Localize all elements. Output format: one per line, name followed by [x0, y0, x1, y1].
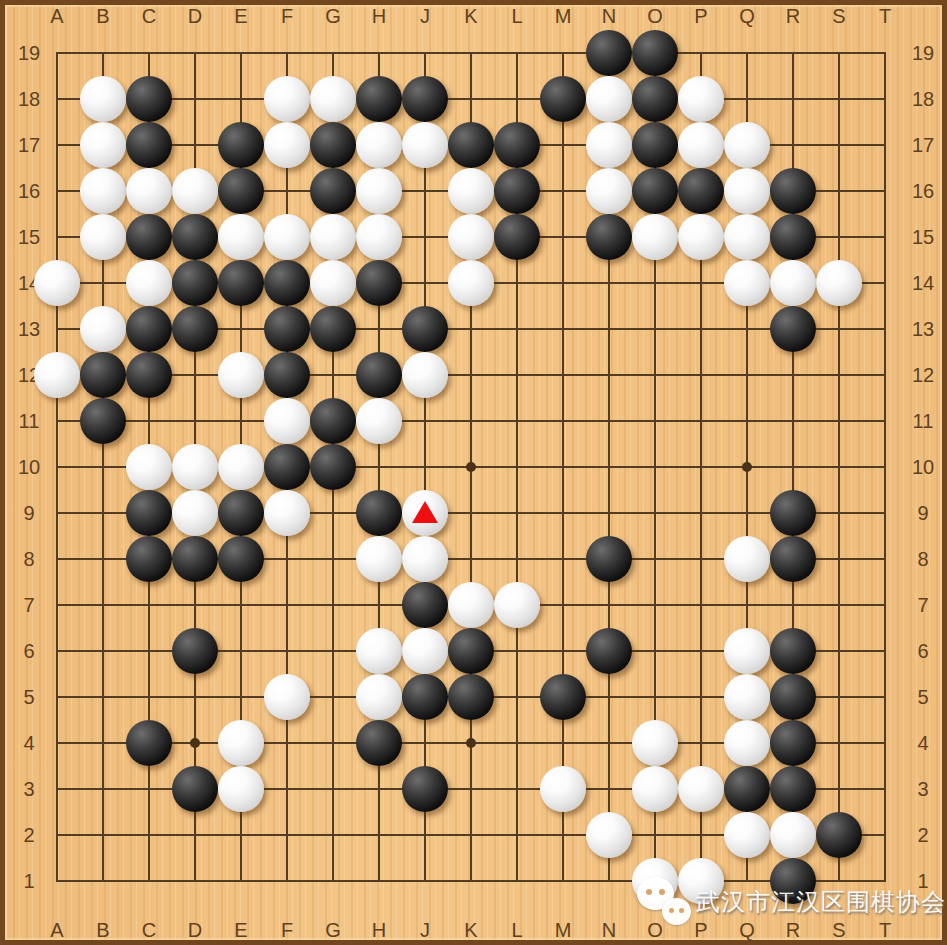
- column-label-bottom: F: [267, 917, 307, 943]
- white-stone: [264, 490, 310, 536]
- white-stone: [448, 582, 494, 628]
- white-stone: [80, 122, 126, 168]
- star-point: [466, 462, 476, 472]
- row-label-right: 3: [903, 776, 943, 802]
- black-stone: [586, 214, 632, 260]
- row-label-right: 19: [903, 40, 943, 66]
- column-label-bottom: L: [497, 917, 537, 943]
- white-stone: [172, 168, 218, 214]
- black-stone: [310, 444, 356, 490]
- black-stone: [80, 398, 126, 444]
- row-label-left: 1: [9, 868, 49, 894]
- row-label-left: 13: [9, 316, 49, 342]
- column-label-bottom: M: [543, 917, 583, 943]
- column-label-top: P: [681, 3, 721, 29]
- column-label-top: F: [267, 3, 307, 29]
- white-stone: [80, 306, 126, 352]
- black-stone: [310, 122, 356, 168]
- white-stone: [540, 766, 586, 812]
- row-label-left: 6: [9, 638, 49, 664]
- row-label-left: 10: [9, 454, 49, 480]
- row-label-left: 3: [9, 776, 49, 802]
- row-label-right: 18: [903, 86, 943, 112]
- black-stone: [770, 674, 816, 720]
- column-label-top: C: [129, 3, 169, 29]
- white-stone: [218, 766, 264, 812]
- black-stone: [678, 168, 724, 214]
- white-stone: [126, 168, 172, 214]
- row-label-right: 14: [903, 270, 943, 296]
- row-label-right: 11: [903, 408, 943, 434]
- black-stone: [126, 214, 172, 260]
- row-label-left: 17: [9, 132, 49, 158]
- white-stone: [724, 720, 770, 766]
- black-stone: [770, 490, 816, 536]
- black-stone: [80, 352, 126, 398]
- column-label-top: G: [313, 3, 353, 29]
- grid-line-vertical: [838, 52, 840, 882]
- black-stone: [402, 306, 448, 352]
- white-stone: [310, 260, 356, 306]
- black-stone: [632, 168, 678, 214]
- column-label-bottom: J: [405, 917, 445, 943]
- white-stone: [632, 214, 678, 260]
- white-stone: [724, 168, 770, 214]
- white-stone: [34, 352, 80, 398]
- white-stone: [586, 122, 632, 168]
- white-stone: [80, 214, 126, 260]
- white-stone: [724, 674, 770, 720]
- white-stone: [724, 536, 770, 582]
- white-stone: [310, 214, 356, 260]
- white-stone: [218, 352, 264, 398]
- black-stone: [356, 720, 402, 766]
- white-stone: [494, 582, 540, 628]
- column-label-top: H: [359, 3, 399, 29]
- white-stone: [172, 444, 218, 490]
- white-stone: [356, 398, 402, 444]
- row-label-right: 4: [903, 730, 943, 756]
- black-stone: [310, 306, 356, 352]
- white-stone: [402, 122, 448, 168]
- black-stone: [494, 122, 540, 168]
- black-stone: [172, 766, 218, 812]
- white-stone: [218, 720, 264, 766]
- black-stone: [770, 766, 816, 812]
- black-stone: [356, 76, 402, 122]
- go-board: AABBCCDDEEFFGGHHJJKKLLMMNNOOPPQQRRSSTT19…: [0, 0, 947, 945]
- row-label-right: 10: [903, 454, 943, 480]
- black-stone: [264, 352, 310, 398]
- column-label-top: Q: [727, 3, 767, 29]
- black-stone: [264, 260, 310, 306]
- row-label-right: 2: [903, 822, 943, 848]
- black-stone: [494, 214, 540, 260]
- white-stone: [816, 260, 862, 306]
- black-stone: [448, 674, 494, 720]
- black-stone: [494, 168, 540, 214]
- black-stone: [770, 536, 816, 582]
- white-stone: [264, 398, 310, 444]
- white-stone: [448, 260, 494, 306]
- row-label-right: 6: [903, 638, 943, 664]
- column-label-top: R: [773, 3, 813, 29]
- white-stone: [356, 628, 402, 674]
- black-stone: [356, 260, 402, 306]
- black-stone: [218, 490, 264, 536]
- white-stone: [80, 168, 126, 214]
- row-label-left: 15: [9, 224, 49, 250]
- black-stone: [126, 490, 172, 536]
- row-label-left: 7: [9, 592, 49, 618]
- row-label-right: 7: [903, 592, 943, 618]
- black-stone: [218, 260, 264, 306]
- row-label-right: 15: [903, 224, 943, 250]
- white-stone: [126, 444, 172, 490]
- black-stone: [172, 536, 218, 582]
- white-stone: [264, 674, 310, 720]
- white-stone: [678, 76, 724, 122]
- black-stone: [402, 674, 448, 720]
- black-stone: [218, 536, 264, 582]
- column-label-bottom: D: [175, 917, 215, 943]
- row-label-right: 12: [903, 362, 943, 388]
- white-stone: [724, 260, 770, 306]
- black-stone: [218, 168, 264, 214]
- column-label-top: D: [175, 3, 215, 29]
- black-stone: [126, 76, 172, 122]
- white-stone: [402, 352, 448, 398]
- white-stone: [356, 674, 402, 720]
- black-stone: [126, 352, 172, 398]
- column-label-top: B: [83, 3, 123, 29]
- row-label-left: 4: [9, 730, 49, 756]
- white-stone: [126, 260, 172, 306]
- black-stone: [816, 812, 862, 858]
- white-stone: [264, 76, 310, 122]
- column-label-top: E: [221, 3, 261, 29]
- column-label-top: T: [865, 3, 905, 29]
- white-stone: [310, 76, 356, 122]
- white-stone: [586, 812, 632, 858]
- column-label-top: A: [37, 3, 77, 29]
- row-label-right: 5: [903, 684, 943, 710]
- black-stone: [586, 536, 632, 582]
- black-stone: [402, 766, 448, 812]
- black-stone: [126, 122, 172, 168]
- black-stone: [356, 490, 402, 536]
- black-stone: [172, 306, 218, 352]
- white-stone: [724, 628, 770, 674]
- row-label-left: 8: [9, 546, 49, 572]
- black-stone: [402, 76, 448, 122]
- white-stone: [678, 766, 724, 812]
- white-stone: [172, 490, 218, 536]
- black-stone: [770, 214, 816, 260]
- column-label-bottom: C: [129, 917, 169, 943]
- column-label-top: N: [589, 3, 629, 29]
- star-point: [190, 738, 200, 748]
- column-label-top: O: [635, 3, 675, 29]
- white-stone: [80, 76, 126, 122]
- row-label-left: 9: [9, 500, 49, 526]
- row-label-right: 17: [903, 132, 943, 158]
- white-stone: [632, 766, 678, 812]
- star-point: [466, 738, 476, 748]
- white-stone: [218, 214, 264, 260]
- wechat-icon: [637, 872, 691, 932]
- last-move-triangle-marker: [412, 501, 438, 523]
- white-stone: [448, 168, 494, 214]
- white-stone: [448, 214, 494, 260]
- column-label-bottom: K: [451, 917, 491, 943]
- white-stone: [586, 76, 632, 122]
- black-stone: [540, 76, 586, 122]
- black-stone: [172, 214, 218, 260]
- row-label-right: 8: [903, 546, 943, 572]
- black-stone: [448, 122, 494, 168]
- black-stone: [264, 306, 310, 352]
- white-stone: [218, 444, 264, 490]
- white-stone: [356, 168, 402, 214]
- black-stone: [770, 628, 816, 674]
- column-label-top: J: [405, 3, 445, 29]
- black-stone: [172, 260, 218, 306]
- row-label-left: 18: [9, 86, 49, 112]
- column-label-bottom: G: [313, 917, 353, 943]
- black-stone: [126, 306, 172, 352]
- white-stone: [678, 214, 724, 260]
- black-stone: [632, 122, 678, 168]
- white-stone: [678, 122, 724, 168]
- white-stone: [586, 168, 632, 214]
- white-stone: [724, 122, 770, 168]
- white-stone: [632, 720, 678, 766]
- white-stone: [264, 214, 310, 260]
- column-label-top: K: [451, 3, 491, 29]
- white-stone: [356, 122, 402, 168]
- black-stone: [402, 582, 448, 628]
- row-label-right: 13: [903, 316, 943, 342]
- black-stone: [356, 352, 402, 398]
- black-stone: [586, 628, 632, 674]
- white-stone: [770, 812, 816, 858]
- row-label-left: 2: [9, 822, 49, 848]
- row-label-left: 5: [9, 684, 49, 710]
- white-stone: [356, 536, 402, 582]
- black-stone: [770, 168, 816, 214]
- star-point: [742, 462, 752, 472]
- white-stone: [356, 214, 402, 260]
- watermark: 武汉市江汉区围棋协会: [637, 872, 946, 932]
- black-stone: [724, 766, 770, 812]
- grid-line-vertical: [884, 52, 886, 882]
- black-stone: [770, 306, 816, 352]
- black-stone: [310, 398, 356, 444]
- black-stone: [172, 628, 218, 674]
- white-stone: [402, 536, 448, 582]
- black-stone: [632, 76, 678, 122]
- black-stone: [586, 30, 632, 76]
- column-label-bottom: B: [83, 917, 123, 943]
- row-label-left: 19: [9, 40, 49, 66]
- white-stone: [34, 260, 80, 306]
- white-stone: [724, 812, 770, 858]
- black-stone: [126, 536, 172, 582]
- row-label-right: 9: [903, 500, 943, 526]
- column-label-bottom: H: [359, 917, 399, 943]
- watermark-text: 武汉市江汉区围棋协会: [696, 886, 946, 918]
- white-stone: [264, 122, 310, 168]
- white-stone: [724, 214, 770, 260]
- row-label-left: 16: [9, 178, 49, 204]
- grid-line-vertical: [562, 52, 564, 882]
- column-label-top: M: [543, 3, 583, 29]
- column-label-bottom: A: [37, 917, 77, 943]
- black-stone: [632, 30, 678, 76]
- column-label-top: S: [819, 3, 859, 29]
- black-stone: [264, 444, 310, 490]
- column-label-top: L: [497, 3, 537, 29]
- row-label-right: 16: [903, 178, 943, 204]
- column-label-bottom: E: [221, 917, 261, 943]
- black-stone: [218, 122, 264, 168]
- white-stone: [770, 260, 816, 306]
- white-stone: [402, 628, 448, 674]
- black-stone: [540, 674, 586, 720]
- row-label-left: 11: [9, 408, 49, 434]
- black-stone: [770, 720, 816, 766]
- black-stone: [310, 168, 356, 214]
- column-label-bottom: N: [589, 917, 629, 943]
- black-stone: [448, 628, 494, 674]
- black-stone: [126, 720, 172, 766]
